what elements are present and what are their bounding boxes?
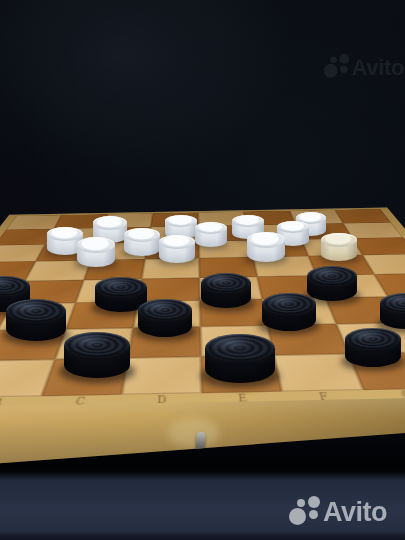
- white-piece-f6: ⛀: [247, 232, 285, 262]
- black-piece-h3: ⛂: [380, 293, 405, 329]
- avito-logo-icon: [322, 54, 350, 80]
- black-piece-b2: ⛂: [6, 299, 66, 341]
- white-piece-g6: ⛀: [321, 233, 357, 261]
- white-piece-d6: ⛀: [124, 228, 160, 256]
- black-piece-e1: ⛂: [205, 334, 275, 383]
- black-piece-d3: ⛂: [138, 299, 192, 337]
- pieces-layer: ⛀⛀⛀⛀⛀⛀⛀⛀⛀⛀⛀⛀⛂⛂⛂⛂⛂⛂⛂⛂⛂⛂⛂: [0, 0, 405, 540]
- watermark-text: Avito: [323, 497, 387, 527]
- watermark-text: Avito: [352, 55, 404, 80]
- photo-stage: ABCDEFGH ⛀⛀⛀⛀⛀⛀⛀⛀⛀⛀⛀⛀⛂⛂⛂⛂⛂⛂⛂⛂⛂⛂⛂ Avito A…: [0, 0, 405, 540]
- white-piece-c6: ⛀: [77, 237, 115, 267]
- white-piece-e6: ⛀: [159, 235, 195, 263]
- black-piece-f3: ⛂: [262, 293, 316, 331]
- white-piece-d7: ⛀: [195, 222, 227, 247]
- black-piece-e4: ⛂: [201, 273, 251, 308]
- black-piece-g2: ⛂: [345, 328, 401, 367]
- avito-logo-icon: [287, 496, 321, 528]
- black-piece-c1: ⛂: [64, 332, 130, 378]
